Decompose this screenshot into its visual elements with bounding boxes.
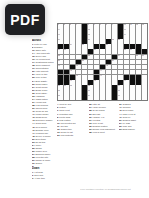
- cell-number: 35: [136, 55, 138, 57]
- grid-cell-black: [82, 24, 87, 29]
- grid-cell-black: [112, 90, 117, 95]
- grid-cell: [112, 34, 117, 39]
- footer-credit: Free printable courtesy of CrosswordPuzz…: [30, 185, 149, 198]
- grid-cell: 2: [64, 24, 69, 29]
- grid-cell: 16: [124, 29, 129, 34]
- cell-number: 49: [124, 80, 126, 82]
- grid-cell-black: [136, 49, 141, 54]
- grid-cell-black: [112, 55, 117, 60]
- cell-number: 14: [58, 29, 60, 31]
- grid-cell: [118, 70, 123, 75]
- grid-cell: 10: [124, 24, 129, 29]
- grid-cell: [112, 44, 117, 49]
- grid-cell-black: [106, 60, 111, 65]
- grid-cell: 15: [88, 29, 93, 34]
- cell-number: 36: [142, 55, 144, 57]
- grid-cell: [130, 95, 135, 100]
- grid-cell: [124, 39, 129, 44]
- grid-cell: [142, 34, 147, 39]
- grid-cell: 8: [106, 24, 111, 29]
- grid-cell: [136, 95, 141, 100]
- grid-cell: 19: [124, 34, 129, 39]
- grid-cell: 42: [106, 65, 111, 70]
- grid-cell: 57: [118, 90, 123, 95]
- grid-cell: [136, 85, 141, 90]
- grid-cell: 7: [100, 24, 105, 29]
- grid-cell-black: [112, 95, 117, 100]
- grid-cell-black: [130, 75, 135, 80]
- grid-cell: [130, 85, 135, 90]
- clue-item: 23. Pod contents: [57, 134, 87, 137]
- cell-number: 2: [64, 24, 65, 26]
- grid-cell: [106, 90, 111, 95]
- grid-cell: [130, 34, 135, 39]
- grid-cell: [142, 70, 147, 75]
- grid-cell-black: [118, 24, 123, 29]
- grid-cell: [124, 65, 129, 70]
- clue-column-4: 39. Grasped41. Coupled42. Deep black44. …: [119, 103, 149, 186]
- grid-cell: [112, 29, 117, 34]
- grid-cell-black: [118, 29, 123, 34]
- grid-cell: [130, 60, 135, 65]
- grid-cell: [136, 34, 141, 39]
- grid-cell: 6: [94, 24, 99, 29]
- grid-cell: 31: [130, 49, 135, 54]
- cell-number: 17: [58, 34, 60, 36]
- grid-cell: 39: [112, 60, 117, 65]
- grid-cell: 60: [118, 95, 123, 100]
- grid-cell: 35: [136, 55, 141, 60]
- grid-cell: [106, 34, 111, 39]
- grid-cell-black: [136, 44, 141, 49]
- grid-cell: [130, 90, 135, 95]
- grid-cell: 13: [142, 24, 147, 29]
- grid-cell: [136, 29, 141, 34]
- grid-cell: 14: [58, 29, 63, 34]
- cell-number: 11: [130, 24, 132, 26]
- grid-cell: [118, 65, 123, 70]
- cell-number: 42: [106, 65, 108, 67]
- grid-cell: [100, 29, 105, 34]
- grid-cell: [136, 65, 141, 70]
- grid-cell: [112, 70, 117, 75]
- grid-cell-black: [130, 80, 135, 85]
- grid-cell: [124, 90, 129, 95]
- cell-number: 18: [88, 34, 90, 36]
- document-thumbnail[interactable]: PDF 123456789101112131415161718192021222…: [0, 0, 149, 198]
- cell-number: 4: [76, 24, 77, 26]
- grid-cell: [94, 29, 99, 34]
- grid-cell-black: [124, 75, 129, 80]
- grid-cell: 54: [118, 85, 123, 90]
- grid-cell: [142, 60, 147, 65]
- grid-cell-black: [136, 80, 141, 85]
- grid-cell: 3: [70, 24, 75, 29]
- cell-number: 8: [106, 24, 107, 26]
- grid-cell: [106, 49, 111, 54]
- grid-cell-black: [118, 80, 123, 85]
- grid-cell: [136, 39, 141, 44]
- grid-cell: [124, 85, 129, 90]
- cell-number: 57: [118, 90, 120, 92]
- grid-cell: [136, 90, 141, 95]
- grid-cell-black: [106, 39, 111, 44]
- cell-number: 1: [58, 24, 59, 26]
- grid-cell: [106, 29, 111, 34]
- grid-cell: [64, 29, 69, 34]
- grid-cell: 4: [76, 24, 81, 29]
- grid-cell-black: [112, 85, 117, 90]
- grid-cell: [142, 75, 147, 80]
- grid-cell: [124, 70, 129, 75]
- grid-cell: 49: [124, 80, 129, 85]
- pdf-badge: PDF: [5, 4, 45, 35]
- clue-item: 3. At any time: [32, 176, 57, 179]
- grid-cell: [142, 65, 147, 70]
- grid-cell: 5: [88, 24, 93, 29]
- footer-credit-text: Free printable courtesy of CrosswordPuzz…: [80, 188, 130, 190]
- grid-cell: [106, 80, 111, 85]
- grid-cell: [142, 39, 147, 44]
- cell-number: 6: [94, 24, 95, 26]
- grid-cell-black: [124, 44, 129, 49]
- grid-cell: [124, 95, 129, 100]
- grid-cell-black: [136, 75, 141, 80]
- grid-cell: 22: [112, 39, 117, 44]
- grid-cell: 12: [136, 24, 141, 29]
- cell-number: 54: [118, 85, 120, 87]
- grid-cell: 1: [58, 24, 63, 29]
- grid-cell: [106, 95, 111, 100]
- grid-cell: [124, 55, 129, 60]
- cell-number: 12: [136, 24, 138, 26]
- grid-cell: [106, 70, 111, 75]
- grid-cell: [124, 60, 129, 65]
- grid-cell-black: [130, 44, 135, 49]
- grid-cell: [142, 29, 147, 34]
- cell-number: 23: [118, 39, 120, 41]
- grid-cell: [142, 95, 147, 100]
- grid-cell: [130, 55, 135, 60]
- clue-item: 53. Band sample: [119, 128, 148, 131]
- grid-cell: [106, 75, 111, 80]
- cell-number: 19: [124, 34, 126, 36]
- grid-cell: 26: [106, 44, 111, 49]
- grid-cell-black: [142, 49, 147, 54]
- cell-number: 31: [130, 49, 132, 51]
- pdf-badge-label: PDF: [10, 12, 40, 28]
- grid-cell: [70, 29, 75, 34]
- grid-cell: 34: [118, 55, 123, 60]
- grid-cell: [142, 44, 147, 49]
- grid-cell: [136, 70, 141, 75]
- cell-number: 22: [112, 39, 114, 41]
- grid-cell: [118, 44, 123, 49]
- grid-cell: 36: [142, 55, 147, 60]
- grid-cell: [118, 49, 123, 54]
- grid-cell: [106, 85, 111, 90]
- grid-cell: 9: [112, 24, 117, 29]
- cell-number: 7: [100, 24, 101, 26]
- clue-item: 38. Kind of court: [89, 131, 118, 134]
- grid-cell: [112, 75, 117, 80]
- grid-cell-black: [118, 34, 123, 39]
- cell-number: 39: [112, 60, 114, 62]
- grid-cell: [112, 49, 117, 54]
- grid-cell: [136, 60, 141, 65]
- cell-number: 5: [88, 24, 89, 26]
- grid-cell: [118, 75, 123, 80]
- grid-cell: [142, 90, 147, 95]
- grid-cell: [112, 80, 117, 85]
- grid-cell: [130, 65, 135, 70]
- cell-number: 60: [118, 95, 120, 97]
- grid-cell-black: [82, 29, 87, 34]
- grid-cell: 11: [130, 24, 135, 29]
- cell-number: 13: [142, 24, 144, 26]
- grid-cell: 30: [124, 49, 129, 54]
- grid-cell: [130, 70, 135, 75]
- grid-cell: 23: [118, 39, 123, 44]
- cell-number: 15: [88, 29, 90, 31]
- cell-number: 26: [106, 44, 108, 46]
- grid-cell: [130, 29, 135, 34]
- grid-cell: [76, 29, 81, 34]
- grid-cell: [118, 60, 123, 65]
- grid-cell: [106, 55, 111, 60]
- grid-cell: [142, 85, 147, 90]
- grid-cell: [142, 80, 147, 85]
- cell-number: 16: [124, 29, 126, 31]
- cell-number: 10: [124, 24, 126, 26]
- grid-cell: [112, 65, 117, 70]
- cell-number: 9: [112, 24, 113, 26]
- grid-cell: [130, 39, 135, 44]
- cell-number: 34: [118, 55, 120, 57]
- cell-number: 3: [70, 24, 71, 26]
- cell-number: 30: [124, 49, 126, 51]
